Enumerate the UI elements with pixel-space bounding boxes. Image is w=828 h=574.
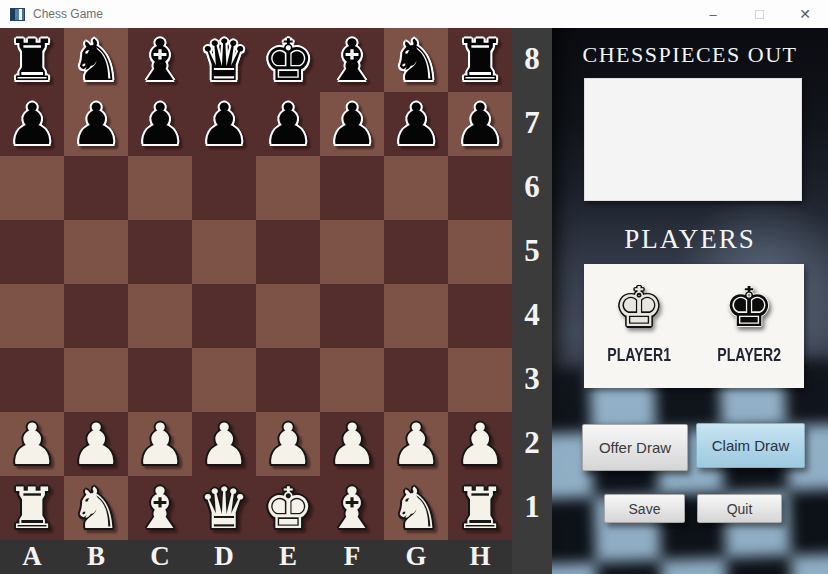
close-button[interactable]: ✕	[782, 0, 828, 28]
square-g7[interactable]: ♟	[384, 92, 448, 156]
piece-white-pawn[interactable]: ♟	[198, 412, 249, 476]
rank-label-4: 4	[512, 284, 552, 348]
player1-card: ♚ PLAYER1	[584, 264, 694, 388]
square-c1[interactable]: ♝	[128, 476, 192, 540]
square-g2[interactable]: ♟	[384, 412, 448, 476]
square-b3[interactable]	[64, 348, 128, 412]
maximize-icon	[755, 10, 764, 19]
maximize-button[interactable]	[736, 0, 782, 28]
file-label-c: C	[128, 540, 192, 574]
square-b8[interactable]: ♞	[64, 28, 128, 92]
piece-black-king[interactable]: ♚	[262, 28, 313, 92]
piece-black-pawn[interactable]: ♟	[134, 92, 185, 156]
player2-label: PLAYER2	[717, 344, 781, 365]
piece-black-knight[interactable]: ♞	[390, 28, 441, 92]
square-f8[interactable]: ♝	[320, 28, 384, 92]
piece-white-pawn[interactable]: ♟	[6, 412, 57, 476]
square-f6[interactable]	[320, 156, 384, 220]
square-e4[interactable]	[256, 284, 320, 348]
square-e6[interactable]	[256, 156, 320, 220]
window-title: Chess Game	[33, 7, 103, 21]
square-b7[interactable]: ♟	[64, 92, 128, 156]
square-d5[interactable]	[192, 220, 256, 284]
square-g6[interactable]	[384, 156, 448, 220]
square-h6[interactable]	[448, 156, 512, 220]
rank-label-6: 6	[512, 156, 552, 220]
rank-label-5: 5	[512, 220, 552, 284]
piece-black-pawn[interactable]: ♟	[326, 92, 377, 156]
rank-strip: 87654321	[512, 28, 552, 574]
claim-draw-button[interactable]: Claim Draw	[696, 423, 805, 468]
app-icon	[10, 8, 25, 21]
square-f4[interactable]	[320, 284, 384, 348]
square-h8[interactable]: ♜	[448, 28, 512, 92]
square-a3[interactable]	[0, 348, 64, 412]
square-h1[interactable]: ♜	[448, 476, 512, 540]
square-f7[interactable]: ♟	[320, 92, 384, 156]
square-g8[interactable]: ♞	[384, 28, 448, 92]
file-label-a: A	[0, 540, 64, 574]
offer-draw-button[interactable]: Offer Draw	[582, 424, 688, 471]
square-e8[interactable]: ♚	[256, 28, 320, 92]
piece-white-pawn[interactable]: ♟	[262, 412, 313, 476]
square-g5[interactable]	[384, 220, 448, 284]
square-f1[interactable]: ♝	[320, 476, 384, 540]
file-label-b: B	[64, 540, 128, 574]
piece-white-pawn[interactable]: ♟	[454, 412, 505, 476]
piece-black-pawn[interactable]: ♟	[454, 92, 505, 156]
piece-white-pawn[interactable]: ♟	[390, 412, 441, 476]
titlebar: Chess Game – ✕	[0, 0, 828, 28]
square-d6[interactable]	[192, 156, 256, 220]
square-d4[interactable]	[192, 284, 256, 348]
square-e2[interactable]: ♟	[256, 412, 320, 476]
piece-white-queen[interactable]: ♛	[198, 476, 249, 540]
rank-label-8: 8	[512, 28, 552, 92]
piece-white-bishop[interactable]: ♝	[326, 476, 377, 540]
square-h5[interactable]	[448, 220, 512, 284]
players-title: PLAYERS	[552, 224, 828, 255]
square-f2[interactable]: ♟	[320, 412, 384, 476]
file-label-e: E	[256, 540, 320, 574]
minimize-icon: –	[709, 7, 716, 22]
piece-white-rook[interactable]: ♜	[6, 476, 57, 540]
piece-black-pawn[interactable]: ♟	[390, 92, 441, 156]
piece-black-rook[interactable]: ♜	[454, 28, 505, 92]
player1-label: PLAYER1	[607, 344, 671, 365]
rank-label-7: 7	[512, 92, 552, 156]
square-a4[interactable]	[0, 284, 64, 348]
square-b1[interactable]: ♞	[64, 476, 128, 540]
square-d7[interactable]: ♟	[192, 92, 256, 156]
close-icon: ✕	[799, 6, 811, 22]
rank-label-3: 3	[512, 348, 552, 412]
piece-black-pawn[interactable]: ♟	[262, 92, 313, 156]
piece-black-bishop[interactable]: ♝	[134, 28, 185, 92]
square-e1[interactable]: ♚	[256, 476, 320, 540]
chesspieces-out-title: CHESSPIECES OUT	[552, 42, 828, 68]
side-panel: CHESSPIECES OUT PLAYERS ♚ PLAYER1 ♚ PLAY…	[552, 28, 828, 574]
black-king-icon: ♚	[724, 272, 773, 342]
piece-white-knight[interactable]: ♞	[70, 476, 121, 540]
square-e5[interactable]	[256, 220, 320, 284]
save-button[interactable]: Save	[604, 494, 685, 523]
square-h3[interactable]	[448, 348, 512, 412]
square-a8[interactable]: ♜	[0, 28, 64, 92]
square-a5[interactable]	[0, 220, 64, 284]
piece-white-knight[interactable]: ♞	[390, 476, 441, 540]
square-g4[interactable]	[384, 284, 448, 348]
square-c5[interactable]	[128, 220, 192, 284]
file-label-d: D	[192, 540, 256, 574]
white-king-icon: ♚	[614, 272, 663, 342]
square-g1[interactable]: ♞	[384, 476, 448, 540]
rank-label-1: 1	[512, 476, 552, 540]
square-a1[interactable]: ♜	[0, 476, 64, 540]
piece-white-rook[interactable]: ♜	[454, 476, 505, 540]
square-a2[interactable]: ♟	[0, 412, 64, 476]
piece-white-bishop[interactable]: ♝	[134, 476, 185, 540]
piece-black-knight[interactable]: ♞	[70, 28, 121, 92]
square-f5[interactable]	[320, 220, 384, 284]
chess-game-window: Chess Game – ✕ ♜♞♝♛♚♝♞♜♟♟♟♟♟♟♟♟♟♟♟♟♟♟♟♟♜…	[0, 0, 828, 574]
file-label-g: G	[384, 540, 448, 574]
board: ♜♞♝♛♚♝♞♜♟♟♟♟♟♟♟♟♟♟♟♟♟♟♟♟♜♞♝♛♚♝♞♜	[0, 28, 512, 540]
square-c2[interactable]: ♟	[128, 412, 192, 476]
square-a6[interactable]	[0, 156, 64, 220]
square-d3[interactable]	[192, 348, 256, 412]
piece-white-pawn[interactable]: ♟	[326, 412, 377, 476]
square-g3[interactable]	[384, 348, 448, 412]
piece-black-bishop[interactable]: ♝	[326, 28, 377, 92]
square-h2[interactable]: ♟	[448, 412, 512, 476]
square-e7[interactable]: ♟	[256, 92, 320, 156]
rank-label-2: 2	[512, 412, 552, 476]
square-d1[interactable]: ♛	[192, 476, 256, 540]
piece-black-rook[interactable]: ♜	[6, 28, 57, 92]
piece-black-pawn[interactable]: ♟	[198, 92, 249, 156]
piece-white-king[interactable]: ♚	[262, 476, 313, 540]
captured-pieces-box	[584, 78, 802, 201]
square-b6[interactable]	[64, 156, 128, 220]
square-h7[interactable]: ♟	[448, 92, 512, 156]
quit-button[interactable]: Quit	[697, 494, 782, 523]
piece-white-pawn[interactable]: ♟	[70, 412, 121, 476]
square-b4[interactable]	[64, 284, 128, 348]
players-panel: ♚ PLAYER1 ♚ PLAYER2	[584, 264, 804, 388]
piece-black-queen[interactable]: ♛	[198, 28, 249, 92]
square-c7[interactable]: ♟	[128, 92, 192, 156]
file-strip: ABCDEFGH	[0, 540, 512, 574]
piece-white-pawn[interactable]: ♟	[134, 412, 185, 476]
square-d2[interactable]: ♟	[192, 412, 256, 476]
square-b2[interactable]: ♟	[64, 412, 128, 476]
square-f3[interactable]	[320, 348, 384, 412]
piece-black-pawn[interactable]: ♟	[70, 92, 121, 156]
piece-black-pawn[interactable]: ♟	[6, 92, 57, 156]
square-b5[interactable]	[64, 220, 128, 284]
square-c4[interactable]	[128, 284, 192, 348]
square-c8[interactable]: ♝	[128, 28, 192, 92]
square-h4[interactable]	[448, 284, 512, 348]
square-d8[interactable]: ♛	[192, 28, 256, 92]
square-c3[interactable]	[128, 348, 192, 412]
square-e3[interactable]	[256, 348, 320, 412]
square-c6[interactable]	[128, 156, 192, 220]
window-controls: – ✕	[690, 0, 828, 28]
minimize-button[interactable]: –	[690, 0, 736, 28]
file-label-h: H	[448, 540, 512, 574]
file-label-f: F	[320, 540, 384, 574]
player2-card: ♚ PLAYER2	[694, 264, 804, 388]
square-a7[interactable]: ♟	[0, 92, 64, 156]
